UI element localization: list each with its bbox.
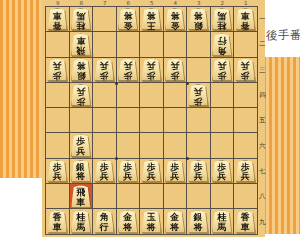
- rank-label: 七: [259, 159, 266, 184]
- shogi-piece-gote-歩兵[interactable]: 歩兵: [47, 58, 67, 81]
- shogi-piece-sente-歩兵[interactable]: 歩兵: [165, 160, 185, 183]
- board-square-3-2[interactable]: [187, 32, 210, 56]
- piece-kanji: 王: [147, 20, 156, 30]
- board-square-7-4[interactable]: [93, 83, 116, 107]
- board-square-1-6[interactable]: [234, 133, 257, 157]
- piece-kanji: 将: [147, 10, 156, 20]
- shogi-piece-sente-香車[interactable]: 香車: [47, 210, 67, 233]
- board-square-1-4[interactable]: [234, 83, 257, 107]
- shogi-piece-gote-飛車[interactable]: 飛車: [71, 33, 91, 56]
- board-square-8-4[interactable]: 歩兵: [70, 83, 93, 107]
- piece-kanji: 将: [123, 10, 132, 20]
- board-square-9-5[interactable]: [46, 108, 69, 132]
- board-square-2-3[interactable]: 歩兵: [211, 58, 234, 82]
- shogi-piece-gote-桂馬[interactable]: 桂馬: [71, 8, 91, 31]
- board-square-9-1[interactable]: 香車: [46, 7, 69, 31]
- board-square-4-6[interactable]: [164, 133, 187, 157]
- shogi-piece-gote-歩兵[interactable]: 歩兵: [188, 84, 208, 107]
- board-square-8-1[interactable]: 桂馬: [70, 7, 93, 31]
- board-square-5-7[interactable]: 歩兵: [140, 159, 163, 183]
- piece-kanji: 兵: [123, 61, 132, 71]
- board-square-7-1[interactable]: [93, 7, 116, 31]
- piece-kanji: 兵: [241, 172, 250, 182]
- piece-kanji: 兵: [194, 172, 203, 182]
- board-square-8-6[interactable]: 歩兵: [70, 133, 93, 157]
- board-square-7-2[interactable]: [93, 32, 116, 56]
- shogi-piece-sente-飛車[interactable]: 飛車: [71, 185, 91, 208]
- shogi-piece-sente-歩兵[interactable]: 歩兵: [188, 160, 208, 183]
- board-square-8-7[interactable]: 銀将: [70, 159, 93, 183]
- board-square-3-7[interactable]: 歩兵: [187, 159, 210, 183]
- board-square-7-5[interactable]: [93, 108, 116, 132]
- board-square-6-7[interactable]: 歩兵: [117, 159, 140, 183]
- piece-kanji: 兵: [100, 61, 109, 71]
- board-square-5-3[interactable]: 歩兵: [140, 58, 163, 82]
- piece-kanji: 歩: [100, 70, 109, 80]
- shogi-piece-gote-金将[interactable]: 金将: [165, 8, 185, 31]
- board-grid-wrap: 香車桂馬金将王将金将銀将桂馬香車飛車角行歩兵銀将歩兵歩兵歩兵歩兵歩兵歩兵歩兵歩兵…: [45, 6, 258, 235]
- board-square-5-1[interactable]: 王将: [140, 7, 163, 31]
- piece-kanji: 銀: [76, 70, 85, 80]
- piece-kanji: 馬: [76, 223, 85, 233]
- piece-kanji: 金: [123, 20, 132, 30]
- shogi-piece-sente-金将[interactable]: 金将: [165, 210, 185, 233]
- board-square-3-5[interactable]: [187, 108, 210, 132]
- piece-kanji: 金: [170, 20, 179, 30]
- board-square-2-8[interactable]: [211, 184, 234, 208]
- board-square-5-6[interactable]: [140, 133, 163, 157]
- rank-label: 六: [259, 133, 266, 158]
- board-square-9-9[interactable]: 香車: [46, 209, 69, 233]
- board-square-4-4[interactable]: [164, 83, 187, 107]
- shogi-piece-gote-角行[interactable]: 角行: [212, 33, 232, 56]
- piece-kanji: 車: [76, 198, 85, 208]
- shogi-piece-gote-香車[interactable]: 香車: [47, 8, 67, 31]
- shogi-piece-sente-歩兵[interactable]: 歩兵: [235, 160, 255, 183]
- shogi-piece-gote-銀将[interactable]: 銀将: [71, 58, 91, 81]
- piece-kanji: 桂: [76, 20, 85, 30]
- piece-kanji: 兵: [100, 172, 109, 182]
- rank-label: 二: [259, 32, 266, 57]
- board-square-9-4[interactable]: [46, 83, 69, 107]
- hoshi-dot: [115, 82, 118, 85]
- rank-label: 一: [259, 7, 266, 32]
- piece-kanji: 香: [53, 20, 62, 30]
- shogi-piece-gote-歩兵[interactable]: 歩兵: [118, 58, 138, 81]
- piece-kanji: 将: [76, 61, 85, 71]
- piece-kanji: 将: [147, 223, 156, 233]
- piece-kanji: 兵: [76, 147, 85, 157]
- board-square-7-7[interactable]: 歩兵: [93, 159, 116, 183]
- board-square-9-7[interactable]: 歩兵: [46, 159, 69, 183]
- shogi-piece-gote-歩兵[interactable]: 歩兵: [71, 84, 91, 107]
- shogi-piece-sente-銀将[interactable]: 銀将: [188, 210, 208, 233]
- shogi-piece-gote-香車[interactable]: 香車: [235, 8, 255, 31]
- shogi-piece-gote-歩兵[interactable]: 歩兵: [165, 58, 185, 81]
- rank-label: 五: [259, 108, 266, 133]
- board-square-2-1[interactable]: 桂馬: [211, 7, 234, 31]
- piece-kanji: 銀: [194, 20, 203, 30]
- piece-kanji: 車: [241, 223, 250, 233]
- board-square-4-1[interactable]: 金将: [164, 7, 187, 31]
- piece-kanji: 歩: [53, 70, 62, 80]
- piece-kanji: 香: [241, 20, 250, 30]
- piece-kanji: 将: [170, 10, 179, 20]
- piece-kanji: 将: [76, 172, 85, 182]
- board-square-8-2[interactable]: 飛車: [70, 32, 93, 56]
- piece-kanji: 兵: [217, 172, 226, 182]
- piece-kanji: 馬: [76, 10, 85, 20]
- board-square-8-9[interactable]: 桂馬: [70, 209, 93, 233]
- board-square-6-1[interactable]: 金将: [117, 7, 140, 31]
- board-grid: 香車桂馬金将王将金将銀将桂馬香車飛車角行歩兵銀将歩兵歩兵歩兵歩兵歩兵歩兵歩兵歩兵…: [45, 6, 258, 235]
- board-square-5-9[interactable]: 玉将: [140, 209, 163, 233]
- piece-kanji: 兵: [147, 61, 156, 71]
- shogi-piece-sente-歩兵[interactable]: 歩兵: [94, 160, 114, 183]
- board-square-8-8[interactable]: 飛車: [70, 184, 93, 208]
- piece-kanji: 兵: [147, 172, 156, 182]
- board-square-6-3[interactable]: 歩兵: [117, 58, 140, 82]
- board-square-1-3[interactable]: 歩兵: [234, 58, 257, 82]
- board-square-1-9[interactable]: 香車: [234, 209, 257, 233]
- board-square-9-2[interactable]: [46, 32, 69, 56]
- shogi-piece-gote-桂馬[interactable]: 桂馬: [212, 8, 232, 31]
- board-square-2-4[interactable]: [211, 83, 234, 107]
- shogi-piece-sente-桂馬[interactable]: 桂馬: [212, 210, 232, 233]
- piece-kanji: 行: [217, 36, 226, 46]
- board-square-5-5[interactable]: [140, 108, 163, 132]
- piece-kanji: 兵: [170, 172, 179, 182]
- piece-kanji: 兵: [170, 61, 179, 71]
- board-square-1-2[interactable]: [234, 32, 257, 56]
- shogi-piece-gote-王将[interactable]: 王将: [141, 8, 161, 31]
- shogi-piece-sente-角行[interactable]: 角行: [94, 210, 114, 233]
- piece-kanji: 車: [76, 36, 85, 46]
- shogi-piece-sente-歩兵[interactable]: 歩兵: [141, 160, 161, 183]
- shogi-piece-sente-歩兵[interactable]: 歩兵: [118, 160, 138, 183]
- board-square-7-6[interactable]: [93, 133, 116, 157]
- piece-kanji: 桂: [217, 20, 226, 30]
- piece-kanji: 兵: [194, 86, 203, 96]
- piece-kanji: 兵: [53, 61, 62, 71]
- background-stripes-right: [263, 57, 300, 234]
- board-square-3-3[interactable]: [187, 58, 210, 82]
- shogi-piece-sente-歩兵[interactable]: 歩兵: [47, 160, 67, 183]
- piece-kanji: 角: [217, 45, 226, 55]
- board-square-1-8[interactable]: [234, 184, 257, 208]
- board-square-2-5[interactable]: [211, 108, 234, 132]
- piece-kanji: 行: [100, 223, 109, 233]
- board-square-9-8[interactable]: [46, 184, 69, 208]
- board-square-6-2[interactable]: [117, 32, 140, 56]
- hoshi-dot: [186, 82, 189, 85]
- piece-kanji: 車: [241, 10, 250, 20]
- piece-kanji: 歩: [123, 70, 132, 80]
- shogi-diagram: 987654321 香車桂馬金将王将金将銀将桂馬香車飛車角行歩兵銀将歩兵歩兵歩兵…: [0, 0, 300, 239]
- rank-label: 九: [259, 209, 266, 234]
- board-square-8-3[interactable]: 銀将: [70, 58, 93, 82]
- piece-kanji: 馬: [217, 223, 226, 233]
- board-square-3-8[interactable]: [187, 184, 210, 208]
- shogi-piece-sente-銀将[interactable]: 銀将: [71, 160, 91, 183]
- piece-kanji: 飛: [76, 45, 85, 55]
- board-square-4-7[interactable]: 歩兵: [164, 159, 187, 183]
- shogi-piece-sente-歩兵[interactable]: 歩兵: [71, 134, 91, 157]
- piece-kanji: 歩: [217, 70, 226, 80]
- rank-labels: 一二三四五六七八九: [259, 7, 266, 235]
- board-square-6-8[interactable]: [117, 184, 140, 208]
- piece-kanji: 将: [194, 223, 203, 233]
- piece-kanji: 歩: [170, 70, 179, 80]
- shogi-piece-sente-玉将[interactable]: 玉将: [141, 210, 161, 233]
- shogi-piece-sente-桂馬[interactable]: 桂馬: [71, 210, 91, 233]
- shogi-piece-gote-歩兵[interactable]: 歩兵: [94, 58, 114, 81]
- piece-kanji: 将: [170, 223, 179, 233]
- turn-indicator: 後手番: [266, 28, 300, 43]
- piece-kanji: 兵: [76, 86, 85, 96]
- board-square-5-8[interactable]: [140, 184, 163, 208]
- board-square-6-4[interactable]: [117, 83, 140, 107]
- board-square-7-8[interactable]: [93, 184, 116, 208]
- piece-kanji: 車: [53, 223, 62, 233]
- rank-label: 三: [259, 58, 266, 83]
- board-square-4-3[interactable]: 歩兵: [164, 58, 187, 82]
- board-square-7-3[interactable]: 歩兵: [93, 58, 116, 82]
- piece-kanji: 兵: [241, 61, 250, 71]
- board-square-6-9[interactable]: 金将: [117, 209, 140, 233]
- board-square-6-5[interactable]: [117, 108, 140, 132]
- board-square-3-4[interactable]: 歩兵: [187, 83, 210, 107]
- board-square-5-2[interactable]: [140, 32, 163, 56]
- shogi-piece-gote-歩兵[interactable]: 歩兵: [235, 58, 255, 81]
- board-square-3-1[interactable]: 銀将: [187, 7, 210, 31]
- rank-label: 四: [259, 83, 266, 108]
- board-square-2-2[interactable]: 角行: [211, 32, 234, 56]
- piece-kanji: 兵: [53, 172, 62, 182]
- board-square-9-3[interactable]: 歩兵: [46, 58, 69, 82]
- piece-kanji: 歩: [76, 96, 85, 106]
- shogi-piece-gote-金将[interactable]: 金将: [118, 8, 138, 31]
- background-stripes-left: [0, 0, 42, 178]
- board-square-5-4[interactable]: [140, 83, 163, 107]
- board-square-1-5[interactable]: [234, 108, 257, 132]
- board-square-6-6[interactable]: [117, 133, 140, 157]
- shogi-piece-sente-金将[interactable]: 金将: [118, 210, 138, 233]
- shogi-piece-gote-歩兵[interactable]: 歩兵: [212, 58, 232, 81]
- board-square-2-9[interactable]: 桂馬: [211, 209, 234, 233]
- rank-label: 八: [259, 184, 266, 209]
- board-square-2-6[interactable]: [211, 133, 234, 157]
- board-square-4-8[interactable]: [164, 184, 187, 208]
- board-square-3-6[interactable]: [187, 133, 210, 157]
- board-square-1-7[interactable]: 歩兵: [234, 159, 257, 183]
- board-square-2-7[interactable]: 歩兵: [211, 159, 234, 183]
- piece-kanji: 将: [123, 223, 132, 233]
- board-square-3-9[interactable]: 銀将: [187, 209, 210, 233]
- board-square-9-6[interactable]: [46, 133, 69, 157]
- board-square-7-9[interactable]: 角行: [93, 209, 116, 233]
- shogi-piece-sente-歩兵[interactable]: 歩兵: [212, 160, 232, 183]
- piece-kanji: 将: [194, 10, 203, 20]
- piece-kanji: 歩: [241, 70, 250, 80]
- board-square-4-5[interactable]: [164, 108, 187, 132]
- piece-kanji: 歩: [194, 96, 203, 106]
- shogi-piece-gote-歩兵[interactable]: 歩兵: [141, 58, 161, 81]
- piece-kanji: 馬: [217, 10, 226, 20]
- piece-kanji: 車: [53, 10, 62, 20]
- board-square-8-5[interactable]: [70, 108, 93, 132]
- shogi-piece-gote-銀将[interactable]: 銀将: [188, 8, 208, 31]
- shogi-piece-sente-香車[interactable]: 香車: [235, 210, 255, 233]
- board-square-4-2[interactable]: [164, 32, 187, 56]
- shogi-board-panel: 987654321 香車桂馬金将王将金将銀将桂馬香車飛車角行歩兵銀将歩兵歩兵歩兵…: [42, 0, 265, 237]
- board-square-4-9[interactable]: 金将: [164, 209, 187, 233]
- piece-kanji: 歩: [147, 70, 156, 80]
- board-square-1-1[interactable]: 香車: [234, 7, 257, 31]
- piece-kanji: 兵: [217, 61, 226, 71]
- piece-kanji: 兵: [123, 172, 132, 182]
